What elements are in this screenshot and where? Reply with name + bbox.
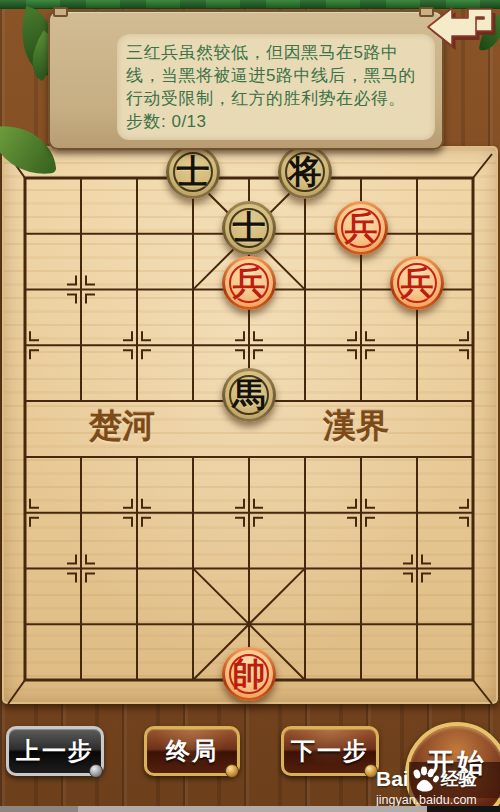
step-counter: 步数: 0/13 <box>126 110 426 133</box>
next-step-button[interactable]: 下一步 <box>281 726 379 776</box>
piece-glyph: 兵 <box>233 256 266 310</box>
video-progress-bar[interactable] <box>0 806 500 812</box>
previous-step-button[interactable]: 上一步 <box>6 726 104 776</box>
baidu-watermark: Bai 经验 jingyan.baidu.com <box>376 766 477 807</box>
piece-red-兵[interactable]: 兵 <box>222 256 276 310</box>
hint-text-line: 行动受限制，红方的胜利势在必得。 <box>126 87 426 110</box>
piece-glyph: 士 <box>177 145 210 199</box>
next-step-label: 下一步 <box>291 735 369 767</box>
progress-buffered-segment <box>78 806 427 812</box>
board-grid: 士将士兵兵兵馬帥 <box>0 144 500 702</box>
piece-glyph: 士 <box>233 201 266 255</box>
endgame-button[interactable]: 终局 <box>144 726 240 776</box>
piece-black-将[interactable]: 将 <box>278 145 332 199</box>
piece-black-馬[interactable]: 馬 <box>222 368 276 422</box>
piece-glyph: 兵 <box>401 256 434 310</box>
endgame-label: 终局 <box>166 735 218 767</box>
button-knob-ornament <box>225 764 239 778</box>
baidu-brand-text: Bai <box>376 767 409 791</box>
piece-red-兵[interactable]: 兵 <box>390 256 444 310</box>
back-button[interactable] <box>426 3 500 53</box>
button-knob-ornament <box>89 764 103 778</box>
piece-glyph: 馬 <box>233 368 266 422</box>
progress-remaining-segment <box>427 806 500 812</box>
piece-red-兵[interactable]: 兵 <box>334 201 388 255</box>
piece-glyph: 兵 <box>345 201 378 255</box>
piece-black-士[interactable]: 士 <box>166 145 220 199</box>
baidu-paw-icon <box>410 766 440 792</box>
piece-black-士[interactable]: 士 <box>222 201 276 255</box>
progress-played-segment <box>0 806 78 812</box>
watermark-url: jingyan.baidu.com <box>376 793 477 807</box>
hint-text-line: 线，当黑将被逼进5路中线后，黑马的 <box>126 64 426 87</box>
previous-step-label: 上一步 <box>16 735 94 767</box>
return-arrow-icon <box>426 3 500 53</box>
piece-glyph: 帥 <box>233 647 266 701</box>
jingyan-brand-text: 经验 <box>441 767 477 791</box>
hint-text-line: 三红兵虽然较低，但因黑马在5路中 <box>126 41 426 64</box>
piece-red-帥[interactable]: 帥 <box>222 647 276 701</box>
piece-glyph: 将 <box>289 145 322 199</box>
hint-bubble: 三红兵虽然较低，但因黑马在5路中 线，当黑将被逼进5路中线后，黑马的 行动受限制… <box>117 34 435 140</box>
xiangqi-app-screen: 三红兵虽然较低，但因黑马在5路中 线，当黑将被逼进5路中线后，黑马的 行动受限制… <box>0 0 500 812</box>
hint-panel: 三红兵虽然较低，但因黑马在5路中 线，当黑将被逼进5路中线后，黑马的 行动受限制… <box>48 10 444 150</box>
frame-ornament <box>53 7 68 17</box>
